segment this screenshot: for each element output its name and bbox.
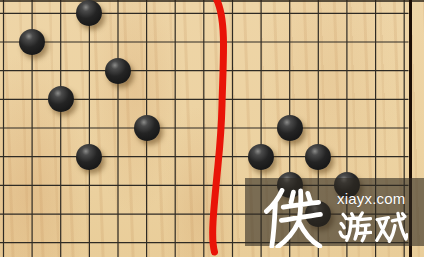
watermark-brand-glyph-you — [338, 211, 372, 244]
watermark-brand-glyph-xi — [374, 211, 408, 244]
watermark-xia-logo-glyph — [256, 188, 326, 248]
go-board[interactable]: xiayx.com — [0, 0, 424, 257]
watermark-url: xiayx.com — [337, 190, 412, 207]
